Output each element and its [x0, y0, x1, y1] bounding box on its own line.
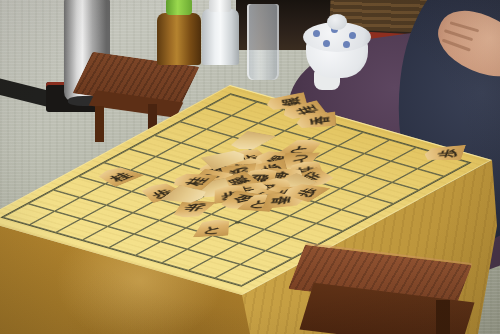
piece-kanji: 歩 — [431, 148, 465, 158]
shogi-piece[interactable]: 歩 — [422, 145, 466, 162]
teacup-dot — [323, 40, 330, 47]
water-bottle — [202, 9, 239, 65]
shogi-photo-scene: 銀桂香歩と歩銀と桂歩金歩角香歩飛金歩と銀歩王歩金と桂香歩桂歩と歩 — [0, 0, 500, 334]
finger-line — [444, 29, 473, 41]
drinking-glass — [247, 4, 279, 80]
piece-kanji: 桂 — [103, 169, 137, 184]
shogi-piece[interactable]: 歩 — [168, 200, 217, 219]
finger-line — [442, 39, 471, 52]
piece-kanji: 歩 — [289, 186, 326, 199]
piece-kanji: 歩 — [178, 200, 209, 215]
side-table-right-leg — [436, 300, 450, 334]
side-table-left-leg — [95, 106, 104, 142]
water-bottle-cap — [209, 0, 231, 12]
shogi-piece[interactable] — [224, 131, 276, 152]
piece-kanji: 香 — [304, 115, 336, 127]
teacup-lid-knob — [327, 14, 347, 30]
tea-bottle — [157, 13, 201, 65]
piece-kanji: 香 — [263, 196, 297, 206]
teacup-dot — [343, 41, 350, 48]
shogi-piece[interactable]: と — [193, 219, 234, 237]
shogi-piece[interactable]: 桂 — [92, 165, 144, 187]
piece-kanji: と — [201, 223, 226, 237]
teacup-dot — [349, 32, 356, 39]
finger-line — [450, 21, 480, 32]
tea-bottle-cap — [166, 0, 192, 15]
teacup-dot — [313, 30, 320, 37]
